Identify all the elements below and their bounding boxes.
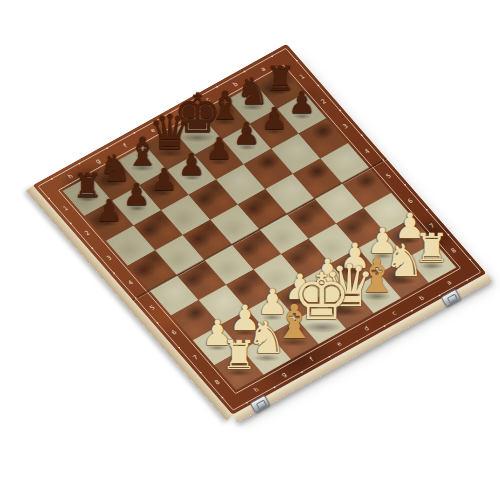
chess-board: hh11gg22ff33ee44dd55cc66bb77aa88	[33, 44, 487, 415]
product-photo-chess-set: hh11gg22ff33ee44dd55cc66bb77aa88 ♜♞♝♛♚♝♞…	[0, 0, 500, 500]
